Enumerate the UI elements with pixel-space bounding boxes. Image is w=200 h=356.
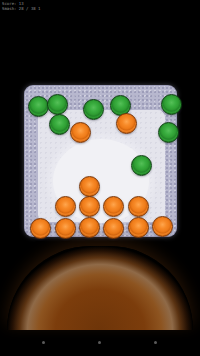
disc-orange[interactable]: [128, 196, 149, 217]
disc-orange[interactable]: [79, 217, 100, 238]
disc-orange[interactable]: [70, 122, 91, 143]
disc-orange[interactable]: [152, 216, 173, 237]
game-screen: Score: 13 Smash: 28 / 38 1: [0, 0, 200, 356]
disc-orange[interactable]: [103, 196, 124, 217]
nav-home-button[interactable]: [98, 341, 101, 344]
disc-green[interactable]: [49, 114, 70, 135]
disc-orange[interactable]: [103, 218, 124, 239]
debug-hud: Score: 13 Smash: 28 / 38 1: [2, 1, 41, 11]
disc-orange[interactable]: [116, 113, 137, 134]
disc-orange[interactable]: [55, 218, 76, 239]
disc-green[interactable]: [28, 96, 49, 117]
launcher-dome: [7, 246, 193, 330]
disc-orange[interactable]: [79, 176, 100, 197]
disc-green[interactable]: [131, 155, 152, 176]
nav-recents-button[interactable]: [154, 341, 157, 344]
nav-back-button[interactable]: [42, 341, 45, 344]
hud-smash-line: Smash: 28 / 38 1: [2, 6, 41, 11]
disc-orange[interactable]: [79, 196, 100, 217]
disc-orange[interactable]: [30, 218, 51, 239]
disc-green[interactable]: [47, 94, 68, 115]
disc-orange[interactable]: [55, 196, 76, 217]
disc-green[interactable]: [83, 99, 104, 120]
disc-orange[interactable]: [128, 217, 149, 238]
disc-green[interactable]: [158, 122, 179, 143]
game-board[interactable]: [24, 85, 177, 237]
disc-green[interactable]: [161, 94, 182, 115]
